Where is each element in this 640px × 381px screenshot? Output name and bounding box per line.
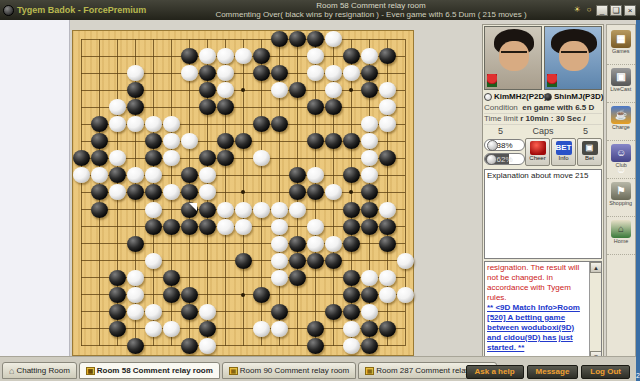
black-stone (361, 184, 378, 200)
white-stone (163, 150, 180, 166)
minimize-button[interactable]: _ (596, 5, 608, 16)
white-stone (127, 304, 144, 320)
black-stone (109, 304, 126, 320)
white-stone (127, 65, 144, 81)
white-stone (271, 270, 288, 286)
black-stone (307, 99, 324, 115)
black-stone (91, 202, 108, 218)
system-message-red: resignation. The result will not be chan… (487, 263, 587, 303)
white-stone (163, 116, 180, 132)
white-stone (127, 270, 144, 286)
app-icon (3, 5, 14, 16)
black-stone (325, 99, 342, 115)
black-stone (271, 31, 288, 47)
black-stone (91, 184, 108, 200)
match-info-link[interactable]: ** <9D Match Info>Room [520] A betting g… (487, 303, 587, 353)
white-stone (127, 287, 144, 303)
black-stone (145, 133, 162, 149)
black-stone (199, 150, 216, 166)
title-left: Tygem Badok - ForcePremium (0, 5, 170, 16)
black-stone (307, 321, 324, 337)
black-stone (289, 167, 306, 183)
black-stone (127, 82, 144, 98)
black-stone (361, 65, 378, 81)
black-stone (217, 150, 234, 166)
tab-chatting-room[interactable]: ⌂Chatting Room (2, 362, 77, 379)
white-support-pct: 38% (496, 141, 512, 150)
cheer-button[interactable]: Cheer (525, 138, 550, 166)
black-stone (181, 184, 198, 200)
title-controls: ☀ ○ _ ❏ × (572, 5, 640, 16)
black-stone (379, 219, 396, 235)
black-stone (235, 253, 252, 269)
black-stone (307, 253, 324, 269)
rail-item-shopping[interactable]: ⚑Shopping (607, 179, 635, 217)
white-stone (397, 287, 414, 303)
title-center: Room 58 Comment relay room Commenting Ov… (170, 1, 572, 19)
chat-scrollbar[interactable]: ▲ ▼ (589, 262, 601, 362)
white-stone (235, 219, 252, 235)
black-stone (181, 48, 198, 64)
black-support-pct: 62% (496, 155, 512, 164)
room-icon: ▦ (229, 367, 238, 375)
white-stone (307, 167, 324, 183)
white-stone (235, 202, 252, 218)
tab-room-58-comment-relay-room[interactable]: ▦Room 58 Comment relay room (79, 362, 220, 379)
white-stone (181, 133, 198, 149)
title-bar: Tygem Badok - ForcePremium Room 58 Comme… (0, 0, 640, 20)
home-icon: ⌂ (9, 366, 14, 376)
scroll-up-icon[interactable]: ▲ (590, 262, 602, 273)
timelimit-value: r 10min : 30 Sec / (520, 114, 585, 123)
white-stone (253, 321, 270, 337)
white-stone (343, 65, 360, 81)
black-stone (199, 65, 216, 81)
slider-knob[interactable] (487, 140, 498, 151)
black-stone (379, 321, 396, 337)
black-stone (289, 236, 306, 252)
close-button[interactable]: × (624, 5, 636, 16)
rail-item-club[interactable]: ☺☺Club (607, 141, 635, 179)
desktop-digit: 2 (636, 372, 640, 379)
bubble-icon[interactable]: ○ (584, 5, 594, 15)
black-stone (109, 167, 126, 183)
black-stone (271, 65, 288, 81)
black-stone (343, 304, 360, 320)
timelimit-row: Time limit r 10min : 30 Sec / (484, 114, 602, 125)
white-player-photo (484, 26, 542, 90)
rail-item-games[interactable]: ▦Games (607, 27, 635, 65)
home-icon: ⌂ (611, 220, 631, 238)
black-stone (253, 65, 270, 81)
black-stone (181, 202, 198, 218)
black-stone (361, 219, 378, 235)
white-stone (199, 167, 216, 183)
black-stone (127, 99, 144, 115)
white-stone (307, 48, 324, 64)
white-stone (325, 65, 342, 81)
window-title: Tygem Badok - ForcePremium (17, 5, 146, 15)
white-stone (145, 321, 162, 337)
black-stone (253, 287, 270, 303)
black-stone (253, 48, 270, 64)
info-button[interactable]: BET Info (551, 138, 576, 166)
header-status-line: Commenting Over( black wins by resignati… (170, 10, 572, 19)
side-rail: ▦Games▣LiveCast☕Charge☺☺Club⚑Shopping⌂Ho… (606, 24, 636, 362)
black-stone (253, 116, 270, 132)
white-stone (325, 31, 342, 47)
white-stone (361, 304, 378, 320)
caps-row: 5 Caps 5 (484, 125, 602, 138)
white-stone (199, 184, 216, 200)
black-stone (199, 321, 216, 337)
white-stone (271, 219, 288, 235)
black-stone (181, 219, 198, 235)
black-stone (163, 219, 180, 235)
desktop-strip (636, 20, 640, 381)
caps-label: Caps (532, 126, 553, 137)
white-stone (343, 321, 360, 337)
black-stone (127, 184, 144, 200)
white-stone (325, 82, 342, 98)
white-stone (397, 253, 414, 269)
black-stone (73, 150, 90, 166)
black-player-photo (544, 26, 602, 90)
black-stone (289, 82, 306, 98)
caps-left: 5 (498, 126, 503, 137)
rail-item-charge[interactable]: ☕Charge (607, 103, 635, 141)
black-stone (145, 150, 162, 166)
support-sliders: 38% 62% (484, 138, 525, 168)
flower-badge-icon (547, 74, 557, 87)
white-stone (181, 65, 198, 81)
black-stone (343, 287, 360, 303)
black-stone (181, 338, 198, 354)
white-stone (217, 65, 234, 81)
explanation-box[interactable]: Explanation about move 215 (484, 169, 602, 259)
black-stone (361, 202, 378, 218)
charge-icon: ☕ (611, 106, 631, 124)
black-stone (325, 304, 342, 320)
footer-buttons: Ask a helpMessageLog Out (466, 365, 630, 379)
white-stone (253, 150, 270, 166)
white-stone (361, 167, 378, 183)
black-stone (307, 133, 324, 149)
white-stone (127, 116, 144, 132)
star-point (241, 293, 245, 297)
black-stone (109, 270, 126, 286)
header-room-line: Room 58 Comment relay room (170, 1, 572, 10)
livecast-icon: ▣ (611, 68, 631, 86)
white-stone (145, 202, 162, 218)
white-stone (379, 99, 396, 115)
black-stone (289, 253, 306, 269)
white-stone (163, 321, 180, 337)
black-support-slider[interactable]: 62% (484, 153, 525, 165)
white-stone (199, 48, 216, 64)
black-player-name: ShinMJ(P3D) (554, 92, 603, 101)
black-stone (361, 82, 378, 98)
black-stone (289, 31, 306, 47)
tray-icon[interactable]: ☀ (572, 5, 582, 15)
bet-info-icon: BET (556, 141, 572, 155)
white-stone (199, 338, 216, 354)
white-stone (271, 321, 288, 337)
flower-badge-icon (487, 74, 497, 87)
white-stone (163, 184, 180, 200)
black-stone (343, 202, 360, 218)
white-stone (145, 304, 162, 320)
action-buttons: Cheer BET Info ▣ Bet (525, 138, 602, 168)
black-stone (163, 270, 180, 286)
black-stone (199, 202, 216, 218)
white-stone (379, 116, 396, 132)
white-stone (109, 99, 126, 115)
black-stone (217, 133, 234, 149)
room-icon: ▦ (365, 367, 374, 375)
white-stone (109, 150, 126, 166)
white-stone (271, 253, 288, 269)
black-stone (361, 338, 378, 354)
white-stone (145, 167, 162, 183)
black-stone (289, 184, 306, 200)
black-stone (307, 31, 324, 47)
black-stone (325, 253, 342, 269)
cheer-ball-icon (530, 141, 546, 155)
white-stone (217, 48, 234, 64)
white-support-slider[interactable]: 38% (484, 139, 525, 151)
player-photos (484, 26, 602, 90)
black-stone (163, 287, 180, 303)
black-stone (91, 133, 108, 149)
rail-item-livecast[interactable]: ▣LiveCast (607, 65, 635, 103)
white-stone (199, 304, 216, 320)
white-stone (271, 82, 288, 98)
white-stone (361, 116, 378, 132)
white-stone (91, 167, 108, 183)
left-panel (0, 20, 70, 356)
black-stone (199, 82, 216, 98)
black-stone (343, 167, 360, 183)
white-stone (235, 48, 252, 64)
room-icon: ▦ (86, 367, 95, 375)
white-stone (307, 65, 324, 81)
black-stone (343, 133, 360, 149)
white-stone (217, 219, 234, 235)
slider-knob[interactable] (486, 154, 497, 165)
black-stone (145, 219, 162, 235)
black-stone (145, 184, 162, 200)
black-stone (379, 236, 396, 252)
white-stone (307, 219, 324, 235)
black-stone (379, 150, 396, 166)
photo-glasses (561, 51, 587, 58)
white-stone-icon (484, 93, 492, 101)
white-stone (217, 202, 234, 218)
black-stone (343, 270, 360, 286)
game-info-panel: KimMH2(P2D) ShinMJ(P3D) Condition en gam… (482, 24, 604, 362)
white-stone (379, 287, 396, 303)
club-icon: ☺☺ (611, 144, 631, 162)
white-stone (145, 253, 162, 269)
black-stone (109, 321, 126, 337)
black-stone (289, 270, 306, 286)
star-point (349, 88, 353, 92)
black-stone (127, 236, 144, 252)
photo-glasses (501, 51, 527, 58)
star-point (349, 190, 353, 194)
white-stone (271, 202, 288, 218)
black-stone (91, 116, 108, 132)
black-stone (181, 304, 198, 320)
white-stone (361, 150, 378, 166)
white-stone (163, 133, 180, 149)
camera-icon: ▣ (582, 141, 598, 155)
white-stone (109, 116, 126, 132)
white-stone (343, 338, 360, 354)
white-stone (379, 270, 396, 286)
black-stone-icon (544, 93, 552, 101)
black-stone (217, 99, 234, 115)
black-stone (343, 48, 360, 64)
black-stone (307, 184, 324, 200)
black-stone (271, 116, 288, 132)
white-stone (379, 202, 396, 218)
black-stone (235, 133, 252, 149)
black-stone (361, 287, 378, 303)
games-icon: ▦ (611, 30, 631, 48)
restore-button[interactable]: ❏ (610, 5, 622, 16)
white-player-name: KimMH2(P2D) (494, 92, 547, 101)
white-stone (379, 82, 396, 98)
black-stone (343, 236, 360, 252)
log-out-button[interactable]: Log Out (581, 365, 630, 379)
black-stone (325, 133, 342, 149)
black-stone (181, 287, 198, 303)
white-stone (307, 236, 324, 252)
white-stone (289, 202, 306, 218)
black-stone (379, 48, 396, 64)
black-stone (271, 304, 288, 320)
black-stone (343, 219, 360, 235)
message-button[interactable]: Message (527, 365, 579, 379)
tab-room-90-comment-relay-room[interactable]: ▦Room 90 Comment relay room (222, 362, 356, 379)
go-board[interactable] (72, 30, 414, 356)
black-stone (199, 99, 216, 115)
white-stone (325, 184, 342, 200)
last-move-marker (189, 203, 197, 211)
black-stone (181, 167, 198, 183)
white-stone (361, 133, 378, 149)
white-stone (127, 167, 144, 183)
white-stone (217, 82, 234, 98)
star-point (241, 190, 245, 194)
white-stone (253, 202, 270, 218)
black-stone (199, 219, 216, 235)
condition-row: Condition en game with 6.5 D (484, 103, 602, 114)
white-stone (145, 116, 162, 132)
player-names-row: KimMH2(P2D) ShinMJ(P3D) (484, 90, 602, 103)
black-stone (91, 150, 108, 166)
chat-messages-box[interactable]: resignation. The result will not be chan… (484, 261, 602, 363)
ask-a-help-button[interactable]: Ask a help (466, 365, 524, 379)
black-stone (307, 338, 324, 354)
condition-value: en game with 6.5 D (522, 103, 594, 112)
rail-item-home[interactable]: ⌂Home (607, 217, 635, 255)
shopping-icon: ⚑ (611, 182, 631, 200)
white-stone (271, 236, 288, 252)
black-stone (361, 321, 378, 337)
black-stone (109, 287, 126, 303)
white-stone (325, 236, 342, 252)
white-stone (361, 270, 378, 286)
white-stone (109, 184, 126, 200)
caps-right: 5 (583, 126, 588, 137)
white-stone (73, 167, 90, 183)
white-stone (361, 48, 378, 64)
bet-button[interactable]: ▣ Bet (577, 138, 602, 166)
star-point (241, 88, 245, 92)
black-stone (127, 338, 144, 354)
